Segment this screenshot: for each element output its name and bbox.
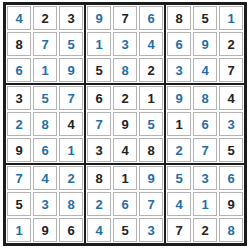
cell-r2c7[interactable]: 6 [167,32,191,56]
cell-r2c2[interactable]: 7 [33,32,57,56]
cell-r1c3[interactable]: 3 [59,6,83,30]
cell-r1c2[interactable]: 2 [33,6,57,30]
cell-r6c8[interactable]: 7 [193,138,217,162]
cell-r5c2[interactable]: 8 [33,112,57,136]
cell-r8c4[interactable]: 2 [87,192,111,216]
cell-r1c8[interactable]: 5 [193,6,217,30]
box-7: 742538196 [5,164,85,244]
cell-r5c6[interactable]: 5 [139,112,163,136]
cell-r4c4[interactable]: 6 [87,86,111,110]
cell-r9c2[interactable]: 9 [33,218,57,242]
cell-r7c8[interactable]: 3 [193,166,217,190]
cell-r7c4[interactable]: 8 [87,166,111,190]
cell-r7c1[interactable]: 7 [7,166,31,190]
cell-r4c2[interactable]: 5 [33,86,57,110]
cell-r7c5[interactable]: 1 [113,166,137,190]
cell-r1c6[interactable]: 6 [139,6,163,30]
cell-r6c3[interactable]: 1 [59,138,83,162]
cell-r2c8[interactable]: 9 [193,32,217,56]
box-5: 621795348 [85,84,165,164]
cell-r2c9[interactable]: 2 [219,32,243,56]
cell-r4c9[interactable]: 4 [219,86,243,110]
cell-r1c7[interactable]: 8 [167,6,191,30]
cell-r4c6[interactable]: 1 [139,86,163,110]
cell-r9c4[interactable]: 4 [87,218,111,242]
cell-r5c7[interactable]: 1 [167,112,191,136]
page: 4238756199761345828516923473572849616217… [0,0,250,248]
cell-r6c4[interactable]: 3 [87,138,111,162]
cell-r4c7[interactable]: 9 [167,86,191,110]
cell-r9c5[interactable]: 5 [113,218,137,242]
box-8: 819267453 [85,164,165,244]
cell-r3c2[interactable]: 1 [33,58,57,82]
cell-r8c7[interactable]: 4 [167,192,191,216]
cell-r7c9[interactable]: 6 [219,166,243,190]
box-4: 357284961 [5,84,85,164]
cell-r8c1[interactable]: 5 [7,192,31,216]
cell-r5c8[interactable]: 6 [193,112,217,136]
cell-r6c2[interactable]: 6 [33,138,57,162]
cell-r3c3[interactable]: 9 [59,58,83,82]
cell-r2c3[interactable]: 5 [59,32,83,56]
cell-r4c8[interactable]: 8 [193,86,217,110]
cell-r3c7[interactable]: 3 [167,58,191,82]
cell-r5c4[interactable]: 7 [87,112,111,136]
sudoku-board: 4238756199761345828516923473572849616217… [3,2,247,246]
cell-r5c5[interactable]: 9 [113,112,137,136]
cell-r9c9[interactable]: 8 [219,218,243,242]
cell-r6c6[interactable]: 8 [139,138,163,162]
cell-r6c1[interactable]: 9 [7,138,31,162]
cell-r4c1[interactable]: 3 [7,86,31,110]
cell-r8c9[interactable]: 9 [219,192,243,216]
box-9: 536419728 [165,164,245,244]
cell-r5c9[interactable]: 3 [219,112,243,136]
cell-r8c6[interactable]: 7 [139,192,163,216]
cell-r8c8[interactable]: 1 [193,192,217,216]
cell-r7c7[interactable]: 5 [167,166,191,190]
cell-r6c7[interactable]: 2 [167,138,191,162]
box-1: 423875619 [5,4,85,84]
cell-r8c3[interactable]: 8 [59,192,83,216]
cell-r5c1[interactable]: 2 [7,112,31,136]
cell-r6c9[interactable]: 5 [219,138,243,162]
cell-r9c8[interactable]: 2 [193,218,217,242]
cell-r9c6[interactable]: 3 [139,218,163,242]
cell-r5c3[interactable]: 4 [59,112,83,136]
cell-r1c4[interactable]: 9 [87,6,111,30]
box-6: 984163275 [165,84,245,164]
cell-r9c3[interactable]: 6 [59,218,83,242]
cell-r2c1[interactable]: 8 [7,32,31,56]
cell-r4c5[interactable]: 2 [113,86,137,110]
cell-r6c5[interactable]: 4 [113,138,137,162]
cell-r7c2[interactable]: 4 [33,166,57,190]
cell-r8c5[interactable]: 6 [113,192,137,216]
cell-r3c9[interactable]: 7 [219,58,243,82]
box-2: 976134582 [85,4,165,84]
cell-r4c3[interactable]: 7 [59,86,83,110]
cell-r9c1[interactable]: 1 [7,218,31,242]
cell-r8c2[interactable]: 3 [33,192,57,216]
cell-r3c8[interactable]: 4 [193,58,217,82]
cell-r1c1[interactable]: 4 [7,6,31,30]
cell-r3c5[interactable]: 8 [113,58,137,82]
cell-r2c6[interactable]: 4 [139,32,163,56]
cell-r3c1[interactable]: 6 [7,58,31,82]
cell-r1c5[interactable]: 7 [113,6,137,30]
cell-r2c5[interactable]: 3 [113,32,137,56]
cell-r7c3[interactable]: 2 [59,166,83,190]
box-3: 851692347 [165,4,245,84]
cell-r1c9[interactable]: 1 [219,6,243,30]
cell-r7c6[interactable]: 9 [139,166,163,190]
cell-r9c7[interactable]: 7 [167,218,191,242]
cell-r3c6[interactable]: 2 [139,58,163,82]
cell-r3c4[interactable]: 5 [87,58,111,82]
cell-r2c4[interactable]: 1 [87,32,111,56]
